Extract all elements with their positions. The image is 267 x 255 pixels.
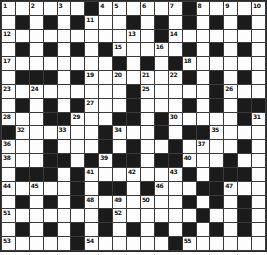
white-cell[interactable] bbox=[252, 43, 265, 56]
black-cell bbox=[99, 43, 112, 56]
white-cell[interactable]: 14 bbox=[169, 30, 182, 43]
white-cell[interactable] bbox=[169, 196, 182, 209]
clue-number: 6 bbox=[142, 2, 146, 9]
white-cell[interactable] bbox=[197, 43, 210, 56]
white-cell[interactable]: 9 bbox=[224, 2, 237, 15]
white-cell[interactable] bbox=[169, 43, 182, 56]
white-cell[interactable] bbox=[210, 57, 223, 70]
white-cell[interactable] bbox=[58, 30, 71, 43]
white-cell[interactable] bbox=[85, 223, 98, 236]
black-cell bbox=[16, 223, 29, 236]
white-cell[interactable]: 17 bbox=[2, 57, 15, 70]
white-cell[interactable]: 35 bbox=[210, 126, 223, 139]
white-cell[interactable] bbox=[30, 196, 43, 209]
white-cell[interactable]: 44 bbox=[2, 182, 15, 195]
black-cell bbox=[113, 113, 126, 126]
white-cell[interactable] bbox=[85, 140, 98, 153]
white-cell[interactable] bbox=[155, 237, 168, 250]
white-cell[interactable]: 6 bbox=[141, 2, 154, 15]
black-cell bbox=[44, 99, 57, 112]
white-cell[interactable]: 34 bbox=[113, 126, 126, 139]
white-cell[interactable]: 29 bbox=[71, 113, 84, 126]
white-cell[interactable] bbox=[99, 113, 112, 126]
white-cell[interactable]: 28 bbox=[2, 113, 15, 126]
white-cell[interactable]: 20 bbox=[113, 71, 126, 84]
white-cell[interactable] bbox=[224, 99, 237, 112]
white-cell[interactable] bbox=[238, 2, 251, 15]
white-cell[interactable]: 10 bbox=[252, 2, 265, 15]
white-cell[interactable] bbox=[210, 113, 223, 126]
white-cell[interactable]: 16 bbox=[155, 43, 168, 56]
white-cell[interactable] bbox=[197, 237, 210, 250]
crossword-page: 1234567891011121314151617181920212223242… bbox=[0, 0, 267, 255]
clue-number: 21 bbox=[142, 71, 149, 78]
white-cell[interactable] bbox=[99, 16, 112, 29]
white-cell[interactable] bbox=[2, 223, 15, 236]
white-cell[interactable] bbox=[113, 168, 126, 181]
white-cell[interactable]: 1 bbox=[2, 2, 15, 15]
white-cell[interactable] bbox=[183, 113, 196, 126]
white-cell[interactable] bbox=[2, 71, 15, 84]
white-cell[interactable] bbox=[127, 126, 140, 139]
white-cell[interactable]: 53 bbox=[2, 237, 15, 250]
white-cell[interactable]: 8 bbox=[197, 2, 210, 15]
white-cell[interactable] bbox=[30, 126, 43, 139]
white-cell[interactable] bbox=[183, 85, 196, 98]
white-cell[interactable] bbox=[155, 196, 168, 209]
white-cell[interactable] bbox=[155, 99, 168, 112]
white-cell[interactable]: 19 bbox=[85, 71, 98, 84]
white-cell[interactable] bbox=[99, 168, 112, 181]
white-cell[interactable] bbox=[44, 57, 57, 70]
white-cell[interactable] bbox=[58, 16, 71, 29]
white-cell[interactable] bbox=[155, 168, 168, 181]
white-cell[interactable] bbox=[2, 168, 15, 181]
white-cell[interactable]: 48 bbox=[85, 196, 98, 209]
white-cell[interactable] bbox=[30, 57, 43, 70]
white-cell[interactable]: 49 bbox=[113, 196, 126, 209]
white-cell[interactable] bbox=[155, 140, 168, 153]
white-cell[interactable] bbox=[169, 16, 182, 29]
black-cell bbox=[210, 168, 223, 181]
white-cell[interactable] bbox=[210, 2, 223, 15]
white-cell[interactable] bbox=[16, 30, 29, 43]
white-cell[interactable] bbox=[155, 209, 168, 222]
white-cell[interactable] bbox=[197, 113, 210, 126]
white-cell[interactable] bbox=[224, 71, 237, 84]
white-cell[interactable] bbox=[44, 237, 57, 250]
white-cell[interactable] bbox=[99, 85, 112, 98]
white-cell[interactable] bbox=[16, 85, 29, 98]
white-cell[interactable] bbox=[127, 57, 140, 70]
black-cell bbox=[127, 85, 140, 98]
white-cell[interactable] bbox=[58, 71, 71, 84]
white-cell[interactable] bbox=[16, 182, 29, 195]
white-cell[interactable] bbox=[224, 113, 237, 126]
black-cell bbox=[99, 223, 112, 236]
white-cell[interactable] bbox=[127, 71, 140, 84]
clue-number: 12 bbox=[3, 30, 10, 37]
white-cell[interactable] bbox=[224, 57, 237, 70]
white-cell[interactable] bbox=[141, 43, 154, 56]
white-cell[interactable] bbox=[71, 2, 84, 15]
white-cell[interactable]: 40 bbox=[183, 154, 196, 167]
white-cell[interactable] bbox=[183, 209, 196, 222]
white-cell[interactable] bbox=[224, 223, 237, 236]
white-cell[interactable] bbox=[71, 209, 84, 222]
white-cell[interactable] bbox=[71, 140, 84, 153]
black-cell bbox=[197, 126, 210, 139]
white-cell[interactable] bbox=[197, 57, 210, 70]
white-cell[interactable] bbox=[85, 57, 98, 70]
white-cell[interactable] bbox=[197, 85, 210, 98]
white-cell[interactable]: 23 bbox=[2, 85, 15, 98]
white-cell[interactable] bbox=[99, 237, 112, 250]
white-cell[interactable] bbox=[113, 99, 126, 112]
white-cell[interactable] bbox=[252, 168, 265, 181]
black-cell bbox=[183, 168, 196, 181]
white-cell[interactable] bbox=[252, 140, 265, 153]
white-cell[interactable] bbox=[85, 85, 98, 98]
white-cell[interactable] bbox=[113, 30, 126, 43]
white-cell[interactable] bbox=[71, 126, 84, 139]
white-cell[interactable] bbox=[252, 71, 265, 84]
white-cell[interactable] bbox=[85, 30, 98, 43]
white-cell[interactable] bbox=[252, 237, 265, 250]
white-cell[interactable] bbox=[58, 196, 71, 209]
white-cell[interactable]: 43 bbox=[169, 168, 182, 181]
black-cell bbox=[210, 196, 223, 209]
white-cell[interactable] bbox=[2, 43, 15, 56]
white-cell[interactable]: 13 bbox=[127, 30, 140, 43]
white-cell[interactable] bbox=[16, 140, 29, 153]
white-cell[interactable] bbox=[58, 168, 71, 181]
white-cell[interactable] bbox=[252, 209, 265, 222]
white-cell[interactable] bbox=[252, 126, 265, 139]
white-cell[interactable]: 2 bbox=[30, 2, 43, 15]
clue-number: 3 bbox=[59, 2, 63, 9]
clue-number: 32 bbox=[17, 126, 24, 133]
white-cell[interactable]: 32 bbox=[16, 126, 29, 139]
white-cell[interactable]: 12 bbox=[2, 30, 15, 43]
black-cell bbox=[99, 140, 112, 153]
white-cell[interactable]: 7 bbox=[169, 2, 182, 15]
black-cell bbox=[99, 126, 112, 139]
black-cell bbox=[71, 16, 84, 29]
white-cell[interactable] bbox=[99, 57, 112, 70]
white-cell[interactable] bbox=[210, 30, 223, 43]
white-cell[interactable] bbox=[58, 43, 71, 56]
white-cell[interactable] bbox=[141, 209, 154, 222]
white-cell[interactable] bbox=[252, 57, 265, 70]
white-cell[interactable]: 45 bbox=[30, 182, 43, 195]
white-cell[interactable] bbox=[99, 99, 112, 112]
white-cell[interactable]: 3 bbox=[58, 2, 71, 15]
white-cell[interactable] bbox=[238, 30, 251, 43]
white-cell[interactable] bbox=[85, 113, 98, 126]
white-cell[interactable]: 36 bbox=[2, 140, 15, 153]
white-cell[interactable] bbox=[30, 113, 43, 126]
white-cell[interactable] bbox=[155, 2, 168, 15]
clue-number: 22 bbox=[170, 71, 177, 78]
white-cell[interactable] bbox=[30, 154, 43, 167]
white-cell[interactable] bbox=[30, 30, 43, 43]
white-cell[interactable] bbox=[58, 209, 71, 222]
white-cell[interactable]: 39 bbox=[99, 154, 112, 167]
white-cell[interactable] bbox=[127, 237, 140, 250]
white-cell[interactable]: 30 bbox=[169, 113, 182, 126]
black-cell bbox=[16, 168, 29, 181]
white-cell[interactable] bbox=[169, 209, 182, 222]
white-cell[interactable]: 37 bbox=[197, 140, 210, 153]
white-cell[interactable]: 42 bbox=[127, 168, 140, 181]
clue-number: 43 bbox=[170, 168, 177, 175]
white-cell[interactable] bbox=[85, 209, 98, 222]
white-cell[interactable] bbox=[238, 237, 251, 250]
white-cell[interactable] bbox=[44, 182, 57, 195]
white-cell[interactable] bbox=[2, 16, 15, 29]
white-cell[interactable] bbox=[16, 113, 29, 126]
clue-number: 54 bbox=[86, 237, 93, 244]
white-cell[interactable] bbox=[197, 99, 210, 112]
white-cell[interactable] bbox=[113, 85, 126, 98]
white-cell[interactable] bbox=[197, 196, 210, 209]
black-cell bbox=[44, 113, 57, 126]
black-cell bbox=[85, 2, 98, 15]
black-cell bbox=[238, 113, 251, 126]
white-cell[interactable] bbox=[16, 237, 29, 250]
black-cell bbox=[44, 16, 57, 29]
white-cell[interactable] bbox=[127, 182, 140, 195]
white-cell[interactable]: 15 bbox=[113, 43, 126, 56]
white-cell[interactable] bbox=[224, 196, 237, 209]
white-cell[interactable] bbox=[197, 16, 210, 29]
white-cell[interactable] bbox=[155, 71, 168, 84]
white-cell[interactable] bbox=[16, 154, 29, 167]
white-cell[interactable] bbox=[210, 209, 223, 222]
black-cell bbox=[44, 43, 57, 56]
white-cell[interactable] bbox=[113, 16, 126, 29]
clue-number: 16 bbox=[156, 43, 163, 50]
clue-number: 47 bbox=[225, 182, 232, 189]
white-cell[interactable] bbox=[30, 209, 43, 222]
white-cell[interactable] bbox=[252, 182, 265, 195]
white-cell[interactable]: 50 bbox=[141, 196, 154, 209]
white-cell[interactable]: 26 bbox=[224, 85, 237, 98]
white-cell[interactable] bbox=[16, 209, 29, 222]
white-cell[interactable] bbox=[71, 154, 84, 167]
white-cell[interactable] bbox=[58, 182, 71, 195]
white-cell[interactable] bbox=[210, 237, 223, 250]
black-cell bbox=[71, 43, 84, 56]
white-cell[interactable] bbox=[210, 154, 223, 167]
white-cell[interactable] bbox=[141, 223, 154, 236]
white-cell[interactable] bbox=[58, 57, 71, 70]
white-cell[interactable] bbox=[99, 71, 112, 84]
white-cell[interactable] bbox=[141, 113, 154, 126]
white-cell[interactable]: 11 bbox=[85, 16, 98, 29]
black-cell bbox=[238, 99, 251, 112]
white-cell[interactable] bbox=[141, 99, 154, 112]
white-cell[interactable] bbox=[197, 71, 210, 84]
white-cell[interactable] bbox=[252, 154, 265, 167]
white-cell[interactable] bbox=[224, 209, 237, 222]
white-cell[interactable] bbox=[30, 43, 43, 56]
white-cell[interactable] bbox=[44, 2, 57, 15]
white-cell[interactable] bbox=[224, 43, 237, 56]
white-cell[interactable] bbox=[197, 30, 210, 43]
white-cell[interactable] bbox=[85, 126, 98, 139]
white-cell[interactable] bbox=[44, 85, 57, 98]
white-cell[interactable] bbox=[252, 223, 265, 236]
white-cell[interactable] bbox=[252, 85, 265, 98]
white-cell[interactable] bbox=[183, 182, 196, 195]
white-cell[interactable] bbox=[30, 140, 43, 153]
white-cell[interactable]: 38 bbox=[2, 154, 15, 167]
white-cell[interactable] bbox=[16, 57, 29, 70]
white-cell[interactable] bbox=[238, 126, 251, 139]
black-cell bbox=[169, 140, 182, 153]
white-cell[interactable] bbox=[30, 223, 43, 236]
white-cell[interactable] bbox=[210, 140, 223, 153]
white-cell[interactable] bbox=[238, 182, 251, 195]
white-cell[interactable] bbox=[183, 30, 196, 43]
white-cell[interactable] bbox=[71, 57, 84, 70]
white-cell[interactable] bbox=[113, 237, 126, 250]
white-cell[interactable]: 25 bbox=[141, 85, 154, 98]
black-cell bbox=[210, 16, 223, 29]
white-cell[interactable]: 41 bbox=[85, 168, 98, 181]
white-cell[interactable] bbox=[58, 140, 71, 153]
black-cell bbox=[141, 57, 154, 70]
white-cell[interactable] bbox=[183, 140, 196, 153]
white-cell[interactable]: 55 bbox=[183, 237, 196, 250]
white-cell[interactable] bbox=[169, 126, 182, 139]
white-cell[interactable] bbox=[155, 85, 168, 98]
black-cell bbox=[141, 182, 154, 195]
white-cell[interactable]: 21 bbox=[141, 71, 154, 84]
white-cell[interactable] bbox=[2, 99, 15, 112]
black-cell bbox=[44, 154, 57, 167]
white-cell[interactable]: 47 bbox=[224, 182, 237, 195]
white-cell[interactable]: 18 bbox=[183, 57, 196, 70]
white-cell[interactable] bbox=[44, 30, 57, 43]
white-cell[interactable] bbox=[155, 57, 168, 70]
white-cell[interactable] bbox=[99, 196, 112, 209]
white-cell[interactable] bbox=[30, 237, 43, 250]
clue-number: 8 bbox=[198, 2, 202, 9]
white-cell[interactable] bbox=[16, 2, 29, 15]
black-cell bbox=[238, 43, 251, 56]
white-cell[interactable]: 24 bbox=[30, 85, 43, 98]
white-cell[interactable] bbox=[169, 223, 182, 236]
white-cell[interactable] bbox=[44, 209, 57, 222]
white-cell[interactable] bbox=[238, 57, 251, 70]
black-cell bbox=[238, 71, 251, 84]
white-cell[interactable] bbox=[224, 30, 237, 43]
black-cell bbox=[252, 99, 265, 112]
white-cell[interactable] bbox=[30, 16, 43, 29]
white-cell[interactable] bbox=[2, 196, 15, 209]
white-cell[interactable] bbox=[252, 196, 265, 209]
black-cell bbox=[44, 168, 57, 181]
white-cell[interactable] bbox=[169, 182, 182, 195]
white-cell[interactable] bbox=[85, 182, 98, 195]
white-cell[interactable] bbox=[58, 99, 71, 112]
white-cell[interactable]: 54 bbox=[85, 237, 98, 250]
white-cell[interactable] bbox=[71, 30, 84, 43]
black-cell bbox=[16, 16, 29, 29]
white-cell[interactable] bbox=[141, 16, 154, 29]
white-cell[interactable]: 5 bbox=[113, 2, 126, 15]
black-cell bbox=[210, 43, 223, 56]
white-cell[interactable] bbox=[127, 43, 140, 56]
white-cell[interactable] bbox=[44, 126, 57, 139]
white-cell[interactable] bbox=[238, 154, 251, 167]
white-cell[interactable] bbox=[141, 30, 154, 43]
white-cell[interactable] bbox=[113, 140, 126, 153]
white-cell[interactable] bbox=[224, 16, 237, 29]
white-cell[interactable]: 46 bbox=[155, 182, 168, 195]
white-cell[interactable] bbox=[224, 140, 237, 153]
black-cell bbox=[155, 16, 168, 29]
white-cell[interactable]: 22 bbox=[169, 71, 182, 84]
black-cell bbox=[58, 113, 71, 126]
black-cell bbox=[71, 99, 84, 112]
white-cell[interactable] bbox=[127, 209, 140, 222]
white-cell[interactable] bbox=[197, 154, 210, 167]
black-cell bbox=[30, 168, 43, 181]
white-cell[interactable] bbox=[58, 237, 71, 250]
white-cell[interactable] bbox=[85, 43, 98, 56]
white-cell[interactable] bbox=[127, 196, 140, 209]
white-cell[interactable] bbox=[58, 85, 71, 98]
white-cell[interactable] bbox=[141, 154, 154, 167]
white-cell[interactable] bbox=[127, 2, 140, 15]
white-cell[interactable]: 4 bbox=[99, 2, 112, 15]
white-cell[interactable] bbox=[238, 85, 251, 98]
white-cell[interactable] bbox=[141, 168, 154, 181]
white-cell[interactable] bbox=[99, 30, 112, 43]
white-cell[interactable] bbox=[71, 85, 84, 98]
white-cell[interactable] bbox=[58, 223, 71, 236]
white-cell[interactable]: 51 bbox=[2, 209, 15, 222]
clue-number: 28 bbox=[3, 113, 10, 120]
white-cell[interactable] bbox=[30, 99, 43, 112]
white-cell[interactable]: 31 bbox=[252, 113, 265, 126]
white-cell[interactable] bbox=[252, 30, 265, 43]
white-cell[interactable] bbox=[224, 126, 237, 139]
black-cell bbox=[16, 196, 29, 209]
white-cell[interactable] bbox=[197, 168, 210, 181]
black-cell bbox=[16, 71, 29, 84]
black-cell bbox=[155, 223, 168, 236]
white-cell[interactable] bbox=[224, 237, 237, 250]
white-cell[interactable] bbox=[169, 85, 182, 98]
white-cell[interactable] bbox=[169, 99, 182, 112]
white-cell[interactable] bbox=[113, 223, 126, 236]
white-cell[interactable] bbox=[141, 140, 154, 153]
crossword-grid: 1234567891011121314151617181920212223242… bbox=[0, 0, 267, 252]
clue-number: 15 bbox=[114, 43, 121, 50]
white-cell[interactable]: 52 bbox=[113, 209, 126, 222]
white-cell[interactable] bbox=[252, 16, 265, 29]
white-cell[interactable]: 33 bbox=[58, 126, 71, 139]
white-cell[interactable] bbox=[141, 237, 154, 250]
white-cell[interactable] bbox=[197, 223, 210, 236]
white-cell[interactable] bbox=[141, 126, 154, 139]
white-cell[interactable]: 27 bbox=[85, 99, 98, 112]
